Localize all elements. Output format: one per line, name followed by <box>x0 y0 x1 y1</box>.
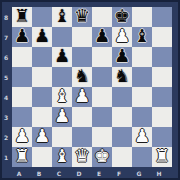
rank-label-1: 1 <box>0 147 12 167</box>
file-label-d: D <box>69 167 89 180</box>
square-d3[interactable] <box>72 107 92 127</box>
rank-label-7: 7 <box>0 27 12 47</box>
square-e5[interactable] <box>92 67 112 87</box>
file-label-a: A <box>9 167 29 180</box>
file-coordinates: ABCDEFGH <box>12 167 172 180</box>
square-g5[interactable] <box>132 67 152 87</box>
white-bishop[interactable]: ♝ <box>54 87 70 106</box>
square-h8[interactable] <box>152 7 172 27</box>
white-king[interactable]: ♚ <box>94 147 110 166</box>
square-f2[interactable] <box>112 127 132 147</box>
square-g7[interactable]: ♝ <box>132 27 152 47</box>
rank-label-4: 4 <box>0 87 12 107</box>
square-g2[interactable]: ♟ <box>132 127 152 147</box>
white-pawn[interactable]: ♟ <box>34 127 50 146</box>
square-c6[interactable]: ♟ <box>52 47 72 67</box>
black-pawn[interactable]: ♟ <box>94 27 110 46</box>
square-a4[interactable] <box>12 87 32 107</box>
square-e8[interactable] <box>92 7 112 27</box>
white-pawn[interactable]: ♟ <box>54 107 70 126</box>
square-h1[interactable]: ♜ <box>152 147 172 167</box>
square-f7[interactable]: ♟ <box>112 27 132 47</box>
square-c1[interactable]: ♝ <box>52 147 72 167</box>
square-a2[interactable]: ♟ <box>12 127 32 147</box>
square-h6[interactable] <box>152 47 172 67</box>
square-c3[interactable]: ♟ <box>52 107 72 127</box>
square-c5[interactable] <box>52 67 72 87</box>
file-label-f: F <box>109 167 129 180</box>
square-h7[interactable] <box>152 27 172 47</box>
square-f5[interactable]: ♞ <box>112 67 132 87</box>
square-b7[interactable]: ♟ <box>32 27 52 47</box>
square-f4[interactable] <box>112 87 132 107</box>
file-label-g: G <box>129 167 149 180</box>
rank-label-3: 3 <box>0 107 12 127</box>
square-h2[interactable] <box>152 127 172 147</box>
square-b6[interactable] <box>32 47 52 67</box>
square-e4[interactable] <box>92 87 112 107</box>
file-label-h: H <box>149 167 169 180</box>
square-g8[interactable] <box>132 7 152 27</box>
square-g4[interactable] <box>132 87 152 107</box>
black-bishop[interactable]: ♝ <box>134 27 150 46</box>
rank-coordinates: 87654321 <box>0 7 12 167</box>
black-king[interactable]: ♚ <box>114 7 130 26</box>
square-g1[interactable] <box>132 147 152 167</box>
square-b8[interactable] <box>32 7 52 27</box>
square-a8[interactable]: ♜ <box>12 7 32 27</box>
square-e1[interactable]: ♚ <box>92 147 112 167</box>
square-e6[interactable] <box>92 47 112 67</box>
black-bishop[interactable]: ♝ <box>54 7 70 26</box>
black-knight[interactable]: ♞ <box>74 67 90 86</box>
black-pawn[interactable]: ♟ <box>114 47 130 66</box>
square-g3[interactable] <box>132 107 152 127</box>
rank-label-5: 5 <box>0 67 12 87</box>
rank-label-8: 8 <box>0 7 12 27</box>
white-pawn[interactable]: ♟ <box>114 27 130 46</box>
square-b1[interactable] <box>32 147 52 167</box>
white-queen[interactable]: ♛ <box>74 147 90 166</box>
square-h3[interactable] <box>152 107 172 127</box>
square-d8[interactable]: ♛ <box>72 7 92 27</box>
black-pawn[interactable]: ♟ <box>14 27 30 46</box>
square-e2[interactable] <box>92 127 112 147</box>
square-a7[interactable]: ♟ <box>12 27 32 47</box>
black-knight[interactable]: ♞ <box>114 67 130 86</box>
rank-label-2: 2 <box>0 127 12 147</box>
white-pawn[interactable]: ♟ <box>134 127 150 146</box>
square-c2[interactable] <box>52 127 72 147</box>
square-e3[interactable] <box>92 107 112 127</box>
white-rook[interactable]: ♜ <box>14 147 30 166</box>
square-b2[interactable]: ♟ <box>32 127 52 147</box>
white-rook[interactable]: ♜ <box>154 147 170 166</box>
black-rook[interactable]: ♜ <box>14 7 30 26</box>
square-a6[interactable] <box>12 47 32 67</box>
square-h5[interactable] <box>152 67 172 87</box>
square-c4[interactable]: ♝ <box>52 87 72 107</box>
square-g6[interactable] <box>132 47 152 67</box>
square-a1[interactable]: ♜ <box>12 147 32 167</box>
square-h4[interactable] <box>152 87 172 107</box>
square-b5[interactable] <box>32 67 52 87</box>
square-c8[interactable]: ♝ <box>52 7 72 27</box>
square-a3[interactable] <box>12 107 32 127</box>
square-d4[interactable]: ♟ <box>72 87 92 107</box>
square-f3[interactable] <box>112 107 132 127</box>
white-bishop[interactable]: ♝ <box>54 147 70 166</box>
square-d7[interactable] <box>72 27 92 47</box>
square-d2[interactable] <box>72 127 92 147</box>
black-pawn[interactable]: ♟ <box>34 27 50 46</box>
black-pawn[interactable]: ♟ <box>54 47 70 66</box>
square-d6[interactable] <box>72 47 92 67</box>
square-f6[interactable]: ♟ <box>112 47 132 67</box>
square-f8[interactable]: ♚ <box>112 7 132 27</box>
chess-board-frame: 87654321 ♜♝♛♚♟♟♟♟♝♟♟♞♞♝♟♟♟♟♟♜♝♛♚♜ ABCDEF… <box>0 0 180 180</box>
square-e7[interactable]: ♟ <box>92 27 112 47</box>
black-queen[interactable]: ♛ <box>74 7 90 26</box>
chess-board[interactable]: ♜♝♛♚♟♟♟♟♝♟♟♞♞♝♟♟♟♟♟♜♝♛♚♜ <box>12 7 172 167</box>
square-b3[interactable] <box>32 107 52 127</box>
square-d1[interactable]: ♛ <box>72 147 92 167</box>
file-label-e: E <box>89 167 109 180</box>
square-b4[interactable] <box>32 87 52 107</box>
square-d5[interactable]: ♞ <box>72 67 92 87</box>
rank-label-6: 6 <box>0 47 12 67</box>
white-pawn[interactable]: ♟ <box>74 87 90 106</box>
file-label-c: C <box>49 167 69 180</box>
file-label-b: B <box>29 167 49 180</box>
square-f1[interactable] <box>112 147 132 167</box>
square-c7[interactable] <box>52 27 72 47</box>
white-pawn[interactable]: ♟ <box>14 127 30 146</box>
square-a5[interactable] <box>12 67 32 87</box>
